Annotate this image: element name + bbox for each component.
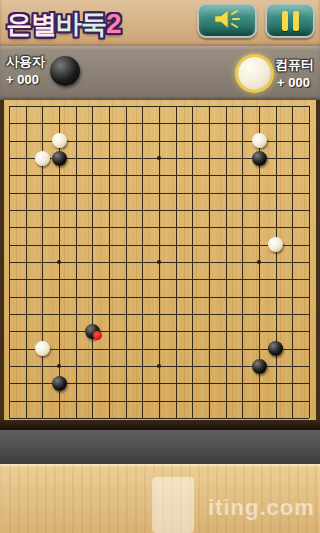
status-strip bbox=[0, 430, 320, 464]
white-stone-D17 bbox=[52, 133, 67, 148]
black-stone-D16 bbox=[52, 151, 67, 166]
grid-line bbox=[9, 279, 309, 280]
white-stone-Q17 bbox=[252, 133, 267, 148]
grid-line bbox=[9, 401, 309, 402]
white-stone-C5 bbox=[35, 341, 50, 356]
watermark-box bbox=[152, 477, 194, 533]
grid-line bbox=[192, 106, 193, 418]
black-stone-Q16 bbox=[252, 151, 267, 166]
grid-line bbox=[309, 106, 310, 418]
grid-line bbox=[226, 106, 227, 418]
star-point bbox=[157, 364, 161, 368]
black-stone-F6 bbox=[85, 324, 100, 339]
last-move-marker bbox=[93, 331, 102, 340]
grid-line bbox=[9, 314, 309, 315]
black-stone-Q4 bbox=[252, 359, 267, 374]
star-point bbox=[157, 260, 161, 264]
black-stone-R5 bbox=[268, 341, 283, 356]
app-title-part2: 바둑 bbox=[56, 9, 106, 39]
app-title-part3: 2 bbox=[106, 8, 121, 39]
grid-line bbox=[292, 106, 293, 418]
speaker-icon bbox=[212, 7, 242, 35]
star-point bbox=[157, 156, 161, 160]
pause-button[interactable] bbox=[265, 3, 315, 38]
grid-line bbox=[276, 106, 277, 418]
computer-score: + 000 bbox=[277, 75, 310, 90]
user-black-stone bbox=[50, 56, 80, 86]
go-board bbox=[0, 100, 320, 420]
watermark-text: iting.com bbox=[208, 495, 320, 521]
sound-button[interactable] bbox=[197, 3, 257, 38]
grid-line bbox=[9, 349, 309, 350]
star-point bbox=[257, 260, 261, 264]
black-stone-D3 bbox=[52, 376, 67, 391]
pause-icon bbox=[282, 11, 299, 31]
user-score: + 000 bbox=[6, 72, 39, 87]
grid-line bbox=[9, 331, 309, 332]
white-stone-R11 bbox=[268, 237, 283, 252]
board-grid[interactable] bbox=[9, 106, 309, 418]
grid-line bbox=[242, 106, 243, 418]
board-bottom-edge bbox=[0, 420, 320, 430]
app-root: 은별바둑2 사용자 + 000 상급 19로 7 집반 컴퓨터 + 00 bbox=[0, 0, 320, 533]
grid-line bbox=[9, 418, 309, 419]
app-title-part1: 은별 bbox=[6, 9, 56, 39]
top-bar: 은별바둑2 bbox=[0, 0, 320, 46]
grid-line bbox=[9, 297, 309, 298]
grid-line bbox=[209, 106, 210, 418]
player-info-bar: 사용자 + 000 상급 19로 7 집반 컴퓨터 + 000 bbox=[0, 46, 320, 100]
user-label: 사용자 bbox=[6, 53, 45, 71]
white-stone-C16 bbox=[35, 151, 50, 166]
grid-line bbox=[176, 106, 177, 418]
app-title: 은별바둑2 bbox=[6, 7, 121, 42]
star-point bbox=[57, 364, 61, 368]
star-point bbox=[57, 260, 61, 264]
computer-white-stone turn-indicator-ring bbox=[238, 57, 271, 90]
computer-label: 컴퓨터 bbox=[275, 56, 314, 74]
